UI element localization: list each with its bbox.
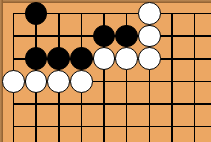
grid-line-vertical bbox=[194, 13, 196, 142]
white-stone bbox=[47, 70, 70, 93]
grid-line-horizontal bbox=[13, 103, 211, 105]
white-stone bbox=[70, 70, 93, 93]
white-stone bbox=[138, 25, 161, 48]
white-stone bbox=[138, 2, 161, 25]
white-stone bbox=[138, 47, 161, 70]
go-board[interactable] bbox=[0, 0, 211, 142]
black-stone bbox=[70, 47, 93, 70]
grid-line-vertical bbox=[171, 13, 173, 142]
black-stone bbox=[25, 47, 48, 70]
black-stone bbox=[47, 47, 70, 70]
white-stone bbox=[2, 70, 25, 93]
white-stone bbox=[93, 47, 116, 70]
board-edge-left bbox=[0, 0, 3, 142]
white-stone bbox=[115, 47, 138, 70]
grid-line-horizontal bbox=[13, 126, 211, 128]
black-stone bbox=[115, 25, 138, 48]
black-stone bbox=[25, 2, 48, 25]
white-stone bbox=[25, 70, 48, 93]
black-stone bbox=[93, 25, 116, 48]
